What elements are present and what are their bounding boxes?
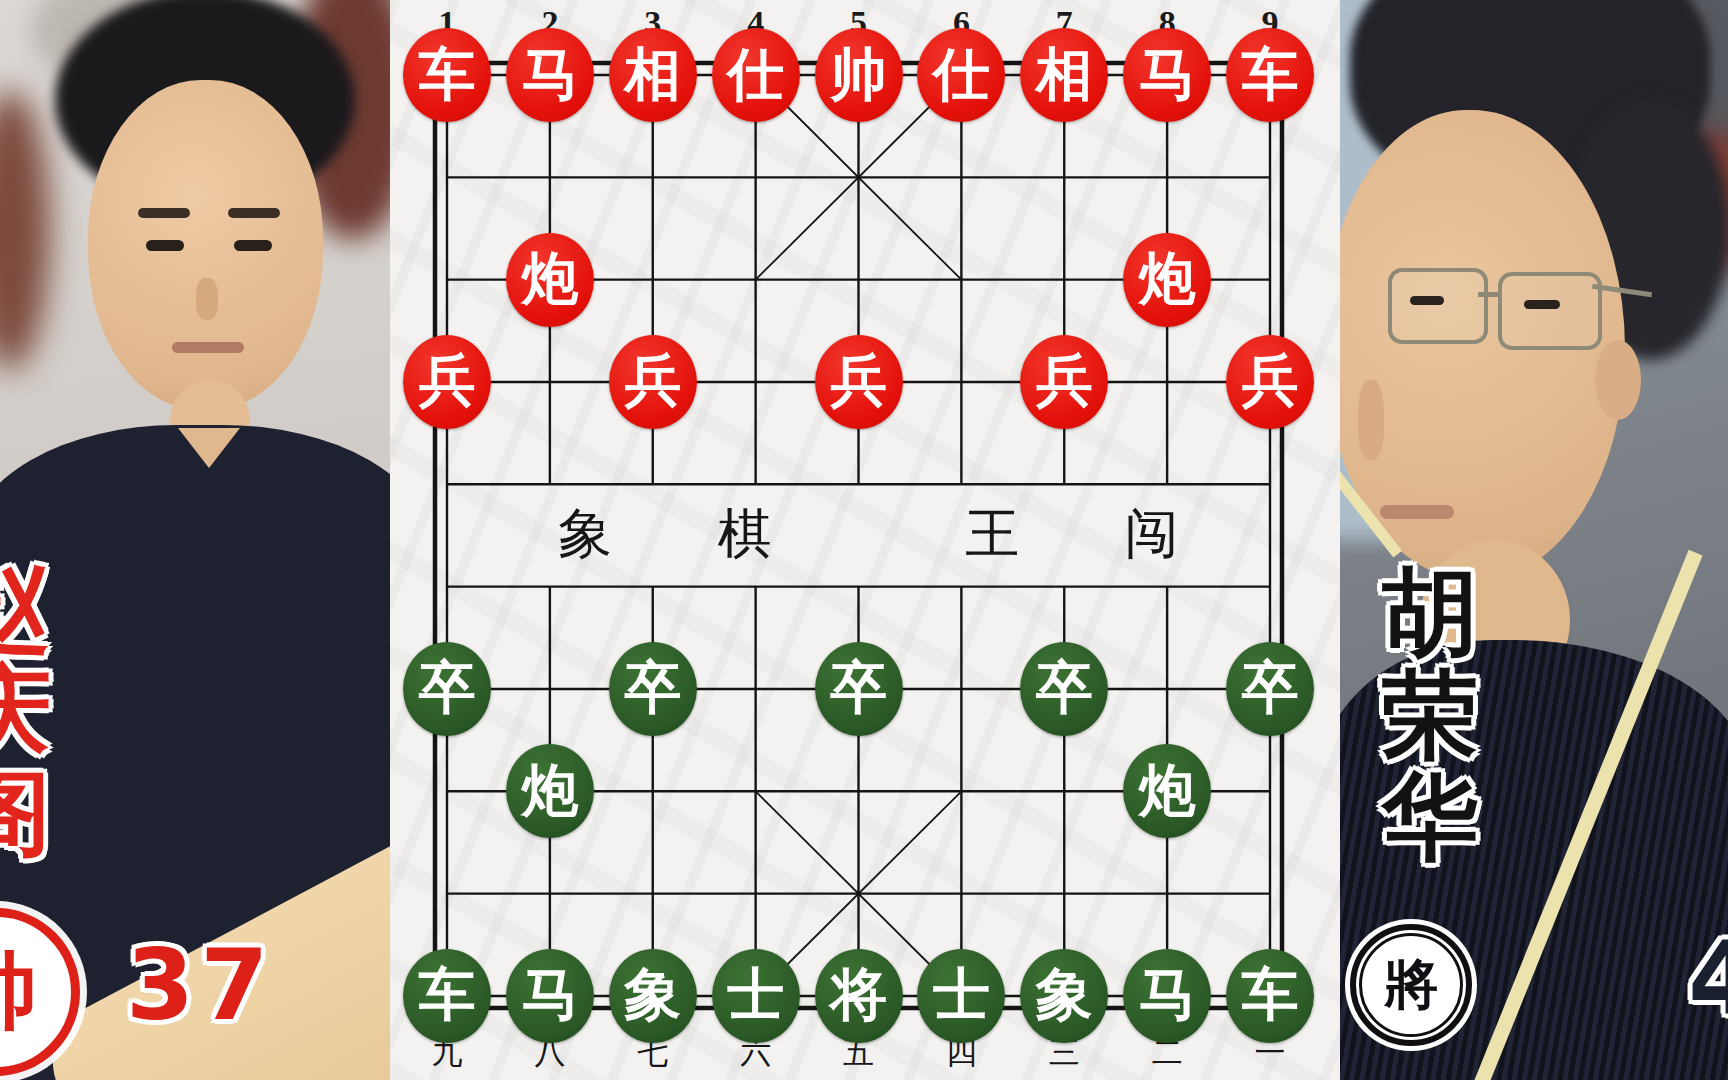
piece-green-车-f1r10[interactable]: 车 (403, 949, 491, 1043)
piece-red-兵-f1r4[interactable]: 兵 (403, 335, 491, 429)
piece-red-兵-f7r4[interactable]: 兵 (1020, 335, 1108, 429)
name-char: 赵 (0, 560, 51, 656)
piece-green-士-f6r10[interactable]: 士 (917, 949, 1005, 1043)
piece-red-仕-f6r1[interactable]: 仕 (917, 28, 1005, 122)
left-player-photo: 赵庆阁 帅 37 (0, 0, 390, 1080)
eye (1524, 300, 1560, 309)
name-char: 阁 (0, 764, 51, 860)
xiangqi-board: 象 棋 王 闯 123456789九八七六五四三二一 车马相仕帅仕相马车炮炮兵兵… (390, 0, 1340, 1080)
left-player-name: 赵庆阁 (0, 560, 58, 860)
piece-red-马-f8r1[interactable]: 马 (1123, 28, 1211, 122)
eye (1410, 296, 1444, 305)
piece-red-相-f3r1[interactable]: 相 (609, 28, 697, 122)
piece-green-马-f2r10[interactable]: 马 (506, 949, 594, 1043)
mouth (172, 342, 244, 353)
piece-red-帅-f5r1[interactable]: 帅 (815, 28, 903, 122)
piece-green-炮-f8r8[interactable]: 炮 (1123, 744, 1211, 838)
screenshot-stage: 赵庆阁 帅 37 象 棋 王 闯 123456789九八七六五四三二一 车马相仕… (0, 0, 1728, 1080)
chair-blur (0, 90, 50, 370)
green-general-badge: 將 (1350, 924, 1472, 1046)
river-watermark-right: 王 闯 (965, 498, 1225, 571)
piece-red-兵-f9r4[interactable]: 兵 (1226, 335, 1314, 429)
piece-green-卒-f3r7[interactable]: 卒 (609, 642, 697, 736)
ear (1595, 340, 1641, 420)
piece-red-兵-f5r4[interactable]: 兵 (815, 335, 903, 429)
eye (234, 240, 272, 251)
name-char: 胡 (1382, 565, 1478, 661)
piece-green-卒-f1r7[interactable]: 卒 (403, 642, 491, 736)
glasses-bridge (1478, 292, 1500, 297)
piece-green-马-f8r10[interactable]: 马 (1123, 949, 1211, 1043)
piece-green-象-f3r10[interactable]: 象 (609, 949, 697, 1043)
piece-green-卒-f9r7[interactable]: 卒 (1226, 642, 1314, 736)
right-player-photo: 胡荣华 將 4 (1340, 0, 1728, 1080)
eyebrow (138, 208, 190, 218)
piece-red-马-f2r1[interactable]: 马 (506, 28, 594, 122)
right-player-name: 胡荣华 (1378, 565, 1482, 865)
badge-inner-ring: 將 (1359, 933, 1463, 1037)
piece-red-车-f9r1[interactable]: 车 (1226, 28, 1314, 122)
piece-green-炮-f2r8[interactable]: 炮 (506, 744, 594, 838)
left-player-face (88, 80, 323, 410)
piece-red-仕-f4r1[interactable]: 仕 (712, 28, 800, 122)
eyebrow (228, 208, 280, 218)
glasses-lens (1388, 268, 1488, 344)
piece-green-士-f4r10[interactable]: 士 (712, 949, 800, 1043)
name-char: 庆 (0, 662, 51, 758)
piece-green-车-f9r10[interactable]: 车 (1226, 949, 1314, 1043)
right-player-number: 4 (1688, 928, 1728, 1030)
river-watermark-left: 象 棋 (558, 498, 818, 571)
piece-red-车-f1r1[interactable]: 车 (403, 28, 491, 122)
piece-green-卒-f7r7[interactable]: 卒 (1020, 642, 1108, 736)
nose (1358, 380, 1384, 460)
eye (146, 240, 184, 251)
name-char: 华 (1382, 769, 1478, 865)
badge-char: 將 (1384, 949, 1438, 1022)
name-char: 荣 (1382, 667, 1478, 763)
piece-red-炮-f8r3[interactable]: 炮 (1123, 233, 1211, 327)
mouth (1380, 505, 1454, 519)
left-player-number: 37 (126, 936, 274, 1034)
nose (196, 278, 218, 320)
piece-red-相-f7r1[interactable]: 相 (1020, 28, 1108, 122)
piece-green-将-f5r10[interactable]: 将 (815, 949, 903, 1043)
piece-red-兵-f3r4[interactable]: 兵 (609, 335, 697, 429)
piece-green-卒-f5r7[interactable]: 卒 (815, 642, 903, 736)
glasses-lens (1498, 272, 1602, 350)
badge-char: 帅 (0, 935, 38, 1049)
piece-green-象-f7r10[interactable]: 象 (1020, 949, 1108, 1043)
piece-red-炮-f2r3[interactable]: 炮 (506, 233, 594, 327)
